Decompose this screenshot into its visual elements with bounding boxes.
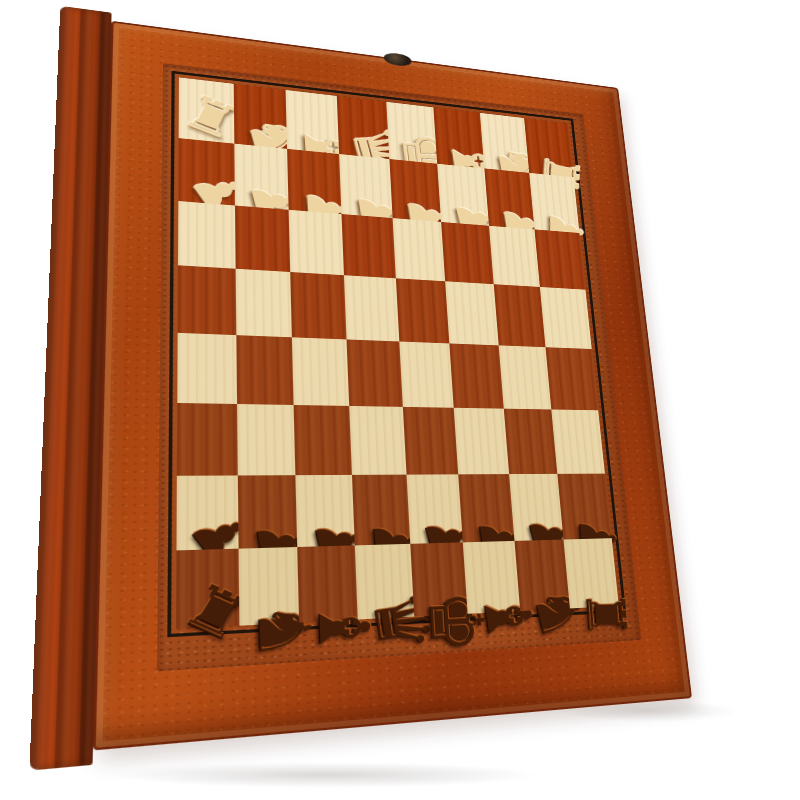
- lid-clasp-icon: [384, 52, 412, 68]
- square-f4: [445, 281, 498, 345]
- square-h1: ♜: [524, 118, 573, 177]
- square-b7: ♟: [237, 475, 297, 549]
- square-d5: [346, 339, 402, 406]
- square-a4: [178, 266, 236, 336]
- square-g5: [498, 345, 551, 409]
- square-d6: [349, 406, 406, 475]
- square-h5: [546, 347, 598, 410]
- square-e1: ♚: [386, 102, 437, 164]
- square-b2: ♟: [234, 143, 289, 209]
- square-a6: [177, 403, 237, 476]
- square-f6: [454, 408, 509, 474]
- square-a3: [178, 201, 235, 269]
- square-b3: [235, 205, 291, 272]
- square-d2: ♟: [339, 154, 392, 218]
- square-d8: ♛: [355, 544, 414, 619]
- square-d1: ♛: [337, 96, 389, 159]
- square-g8: ♞: [514, 540, 570, 611]
- square-c5: [292, 337, 349, 405]
- square-b4: [235, 269, 292, 337]
- square-e3: [392, 218, 445, 282]
- board-border: ♜♞♝♛♚♝♞♜♟♟♟♟♟♟♟♟♟♟♟♟♟♟♟♟♜♞♝♛♚♝♞♜: [167, 71, 626, 637]
- square-g6: [504, 408, 558, 473]
- square-f1: ♝: [433, 107, 484, 168]
- square-f7: ♟: [458, 474, 514, 543]
- square-c7: ♟: [296, 474, 355, 547]
- square-a2: ♟: [178, 138, 234, 205]
- square-h2: ♟: [530, 173, 580, 233]
- square-a7: ♟: [176, 475, 238, 551]
- square-e4: [395, 279, 449, 344]
- square-h8: ♜: [564, 538, 619, 608]
- square-h7: ♟: [558, 473, 612, 540]
- square-e2: ♟: [389, 159, 441, 222]
- square-d4: [344, 275, 399, 341]
- square-a5: [177, 333, 236, 404]
- square-b8: ♞: [238, 547, 299, 626]
- square-g4: [494, 284, 546, 347]
- square-d3: [341, 214, 395, 279]
- square-h4: [540, 287, 591, 349]
- square-e8: ♚: [410, 543, 468, 617]
- square-h6: [552, 409, 605, 473]
- square-c2: ♟: [287, 149, 341, 214]
- square-e5: [399, 341, 454, 407]
- square-a1: ♜: [179, 77, 234, 143]
- square-e7: ♟: [406, 474, 463, 544]
- square-c4: [290, 272, 346, 339]
- chess-box: ♜♞♝♛♚♝♞♜♟♟♟♟♟♟♟♟♟♟♟♟♟♟♟♟♜♞♝♛♚♝♞♜: [30, 14, 692, 756]
- product-photo: ♜♞♝♛♚♝♞♜♟♟♟♟♟♟♟♟♟♟♟♟♟♟♟♟♜♞♝♛♚♝♞♜: [0, 0, 800, 800]
- square-c3: [289, 209, 344, 275]
- square-g3: [489, 225, 540, 287]
- square-c1: ♝: [286, 90, 339, 154]
- square-e6: [402, 407, 458, 474]
- square-f5: [449, 343, 503, 408]
- box-front-frame: ♜♞♝♛♚♝♞♜♟♟♟♟♟♟♟♟♟♟♟♟♟♟♟♟♜♞♝♛♚♝♞♜: [93, 21, 692, 751]
- board-surface: ♜♞♝♛♚♝♞♜♟♟♟♟♟♟♟♟♟♟♟♟♟♟♟♟♜♞♝♛♚♝♞♜: [157, 63, 641, 671]
- black-rook: ♜: [578, 590, 634, 639]
- square-c8: ♝: [297, 546, 357, 623]
- square-b6: [237, 404, 296, 475]
- square-b5: [236, 335, 294, 405]
- square-h3: [535, 229, 586, 290]
- square-f3: [441, 222, 493, 285]
- square-g7: ♟: [509, 473, 564, 541]
- chess-board: ♜♞♝♛♚♝♞♜♟♟♟♟♟♟♟♟♟♟♟♟♟♟♟♟♜♞♝♛♚♝♞♜: [176, 77, 619, 629]
- square-b1: ♞: [233, 84, 287, 149]
- floor-shadow: [110, 762, 540, 788]
- square-d7: ♟: [352, 474, 410, 545]
- square-a8: ♜: [176, 549, 239, 629]
- square-f8: ♝: [463, 541, 520, 614]
- square-g1: ♞: [480, 113, 530, 173]
- square-c6: [294, 405, 352, 475]
- square-f2: ♟: [437, 164, 488, 226]
- square-g2: ♟: [484, 168, 535, 229]
